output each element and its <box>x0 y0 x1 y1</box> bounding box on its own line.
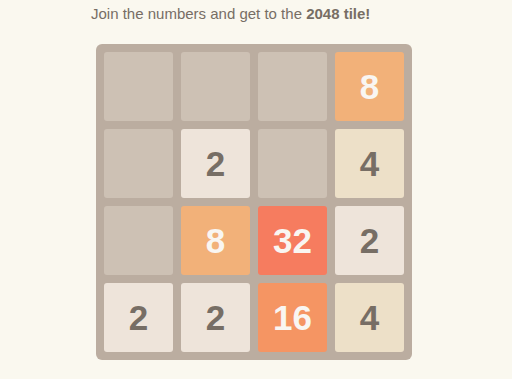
empty-cell <box>258 52 327 121</box>
tile-2: 2 <box>335 206 404 275</box>
subtitle-text: Join the numbers and get to the <box>91 5 306 22</box>
tile-4: 4 <box>335 283 404 352</box>
tile-2: 2 <box>181 129 250 198</box>
tile-32: 32 <box>258 206 327 275</box>
empty-cell <box>258 129 327 198</box>
empty-cell <box>104 52 173 121</box>
tile-8: 8 <box>181 206 250 275</box>
tile-2: 2 <box>104 283 173 352</box>
subtitle-goal: 2048 tile! <box>306 5 370 22</box>
empty-cell <box>181 52 250 121</box>
tile-16: 16 <box>258 283 327 352</box>
tile-2: 2 <box>181 283 250 352</box>
empty-cell <box>104 206 173 275</box>
subtitle: Join the numbers and get to the 2048 til… <box>91 4 370 23</box>
game-board[interactable]: 824832222164 <box>96 44 412 360</box>
empty-cell <box>104 129 173 198</box>
tile-8: 8 <box>335 52 404 121</box>
tile-4: 4 <box>335 129 404 198</box>
